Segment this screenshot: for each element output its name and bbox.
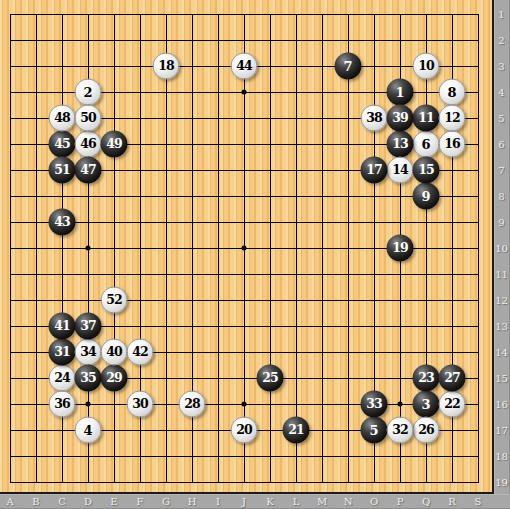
- white-stone: 4: [75, 417, 102, 444]
- move-number: 31: [54, 346, 69, 359]
- move-number: 14: [392, 164, 407, 177]
- column-label: O: [370, 496, 378, 507]
- black-stone: 25: [257, 365, 284, 392]
- row-label: 6: [494, 139, 509, 150]
- black-stone: 7: [335, 53, 362, 80]
- white-stone: 28: [179, 391, 206, 418]
- move-number: 2: [83, 86, 92, 99]
- column-label: R: [448, 496, 456, 507]
- row-label: 10: [494, 243, 509, 254]
- move-number: 6: [421, 138, 430, 151]
- move-number: 32: [392, 424, 407, 437]
- move-number: 37: [80, 320, 95, 333]
- move-number: 15: [418, 164, 433, 177]
- black-stone: 39: [387, 105, 414, 132]
- move-number: 4: [83, 424, 92, 437]
- row-label: 4: [494, 87, 509, 98]
- black-stone: 11: [413, 105, 440, 132]
- black-stone: 17: [361, 157, 388, 184]
- star-point: [242, 246, 247, 251]
- move-number: 52: [106, 294, 121, 307]
- white-stone: 8: [439, 79, 466, 106]
- row-label: 14: [494, 347, 509, 358]
- move-number: 46: [80, 138, 95, 151]
- white-stone: 16: [439, 131, 466, 158]
- move-number: 28: [184, 398, 199, 411]
- move-number: 35: [80, 372, 95, 385]
- row-label: 2: [494, 35, 509, 46]
- grid-line-vertical: [270, 14, 271, 483]
- move-number: 11: [418, 112, 433, 125]
- white-stone: 22: [439, 391, 466, 418]
- white-stone: 38: [361, 105, 388, 132]
- move-number: 5: [369, 424, 378, 437]
- black-stone: 5: [361, 417, 388, 444]
- move-number: 38: [366, 112, 381, 125]
- white-stone: 40: [101, 339, 128, 366]
- grid-line-vertical: [348, 14, 349, 483]
- black-stone: 43: [49, 209, 76, 236]
- move-number: 48: [54, 112, 69, 125]
- black-stone: 49: [101, 131, 128, 158]
- black-stone: 29: [101, 365, 128, 392]
- move-number: 26: [418, 424, 433, 437]
- move-number: 22: [444, 398, 459, 411]
- white-stone: 14: [387, 157, 414, 184]
- move-number: 51: [54, 164, 69, 177]
- move-number: 34: [80, 346, 95, 359]
- row-label: 3: [494, 61, 509, 72]
- column-label: H: [188, 496, 197, 507]
- move-number: 8: [447, 86, 456, 99]
- white-stone: 30: [127, 391, 154, 418]
- white-stone: 42: [127, 339, 154, 366]
- column-label: F: [137, 496, 144, 507]
- star-point: [398, 402, 403, 407]
- black-stone: 23: [413, 365, 440, 392]
- move-number: 16: [444, 138, 459, 151]
- move-number: 12: [444, 112, 459, 125]
- column-label: M: [317, 496, 327, 507]
- column-label: G: [162, 496, 170, 507]
- star-point: [242, 90, 247, 95]
- black-stone: 33: [361, 391, 388, 418]
- white-stone: 24: [49, 365, 76, 392]
- move-number: 23: [418, 372, 433, 385]
- black-stone: 3: [413, 391, 440, 418]
- move-number: 44: [236, 60, 251, 73]
- row-label: 17: [494, 425, 509, 436]
- white-stone: 20: [231, 417, 258, 444]
- row-label: 12: [494, 295, 509, 306]
- move-number: 21: [288, 424, 303, 437]
- move-number: 25: [262, 372, 277, 385]
- black-stone: 15: [413, 157, 440, 184]
- move-number: 7: [343, 60, 352, 73]
- row-label: 16: [494, 399, 509, 410]
- column-label: I: [216, 496, 220, 507]
- move-number: 13: [392, 138, 407, 151]
- move-number: 42: [132, 346, 147, 359]
- row-label: 18: [494, 451, 509, 462]
- column-label: J: [242, 496, 246, 507]
- grid-line-horizontal: [10, 456, 479, 457]
- grid-line-horizontal: [10, 274, 479, 275]
- move-number: 30: [132, 398, 147, 411]
- grid-line-vertical: [296, 14, 297, 483]
- move-number: 19: [392, 242, 407, 255]
- black-stone: 35: [75, 365, 102, 392]
- move-number: 50: [80, 112, 95, 125]
- row-label: 8: [494, 191, 509, 202]
- white-stone: 18: [153, 53, 180, 80]
- black-stone: 19: [387, 235, 414, 262]
- white-stone: 10: [413, 53, 440, 80]
- move-number: 29: [106, 372, 121, 385]
- white-stone: 34: [75, 339, 102, 366]
- white-stone: 52: [101, 287, 128, 314]
- column-label: Q: [422, 496, 430, 507]
- move-number: 33: [366, 398, 381, 411]
- move-number: 27: [444, 372, 459, 385]
- row-label: 19: [494, 477, 509, 488]
- column-label-strip: ABCDEFGHIJKLMNOPQRS: [0, 494, 510, 509]
- white-stone: 32: [387, 417, 414, 444]
- column-label: S: [475, 496, 482, 507]
- white-stone: 2: [75, 79, 102, 106]
- column-label: E: [110, 496, 117, 507]
- column-label: A: [6, 496, 13, 507]
- white-stone: 6: [413, 131, 440, 158]
- black-stone: 37: [75, 313, 102, 340]
- black-stone: 13: [387, 131, 414, 158]
- move-number: 40: [106, 346, 121, 359]
- row-label: 9: [494, 217, 509, 228]
- black-stone: 9: [413, 183, 440, 210]
- row-label: 15: [494, 373, 509, 384]
- black-stone: 21: [283, 417, 310, 444]
- move-number: 43: [54, 216, 69, 229]
- move-number: 9: [421, 190, 430, 203]
- move-number: 10: [418, 60, 433, 73]
- row-label: 13: [494, 321, 509, 332]
- column-label: L: [293, 496, 300, 507]
- move-number: 18: [158, 60, 173, 73]
- white-stone: 36: [49, 391, 76, 418]
- move-number: 49: [106, 138, 121, 151]
- column-label: D: [84, 496, 92, 507]
- star-point: [86, 402, 91, 407]
- white-stone: 44: [231, 53, 258, 80]
- move-number: 36: [54, 398, 69, 411]
- row-label: 11: [494, 269, 509, 280]
- black-stone: 41: [49, 313, 76, 340]
- column-label: P: [397, 496, 404, 507]
- row-label: 7: [494, 165, 509, 176]
- column-label: C: [58, 496, 66, 507]
- black-stone: 51: [49, 157, 76, 184]
- board-surface[interactable]: 1234567891011121314151617181920212223242…: [0, 0, 494, 494]
- white-stone: 12: [439, 105, 466, 132]
- grid-line-vertical: [478, 14, 479, 483]
- move-number: 20: [236, 424, 251, 437]
- move-number: 17: [366, 164, 381, 177]
- move-number: 39: [392, 112, 407, 125]
- black-stone: 1: [387, 79, 414, 106]
- move-number: 45: [54, 138, 69, 151]
- black-stone: 47: [75, 157, 102, 184]
- black-stone: 27: [439, 365, 466, 392]
- column-label: K: [266, 496, 273, 507]
- white-stone: 48: [49, 105, 76, 132]
- white-stone: 50: [75, 105, 102, 132]
- move-number: 3: [421, 398, 430, 411]
- grid-line-horizontal: [10, 300, 479, 301]
- move-number: 47: [80, 164, 95, 177]
- white-stone: 26: [413, 417, 440, 444]
- move-number: 1: [395, 86, 404, 99]
- row-label: 1: [494, 9, 509, 20]
- row-label: 5: [494, 113, 509, 124]
- black-stone: 45: [49, 131, 76, 158]
- move-number: 24: [54, 372, 69, 385]
- black-stone: 31: [49, 339, 76, 366]
- white-stone: 46: [75, 131, 102, 158]
- star-point: [86, 246, 91, 251]
- row-label-strip: 12345678910111213141516171819: [494, 0, 510, 509]
- column-label: N: [344, 496, 353, 507]
- star-point: [242, 402, 247, 407]
- column-label: B: [32, 496, 39, 507]
- grid-line-vertical: [322, 14, 323, 483]
- grid-line-horizontal: [10, 482, 479, 483]
- move-number: 41: [54, 320, 69, 333]
- go-kifu-diagram: 1234567891011121314151617181920212223242…: [0, 0, 510, 509]
